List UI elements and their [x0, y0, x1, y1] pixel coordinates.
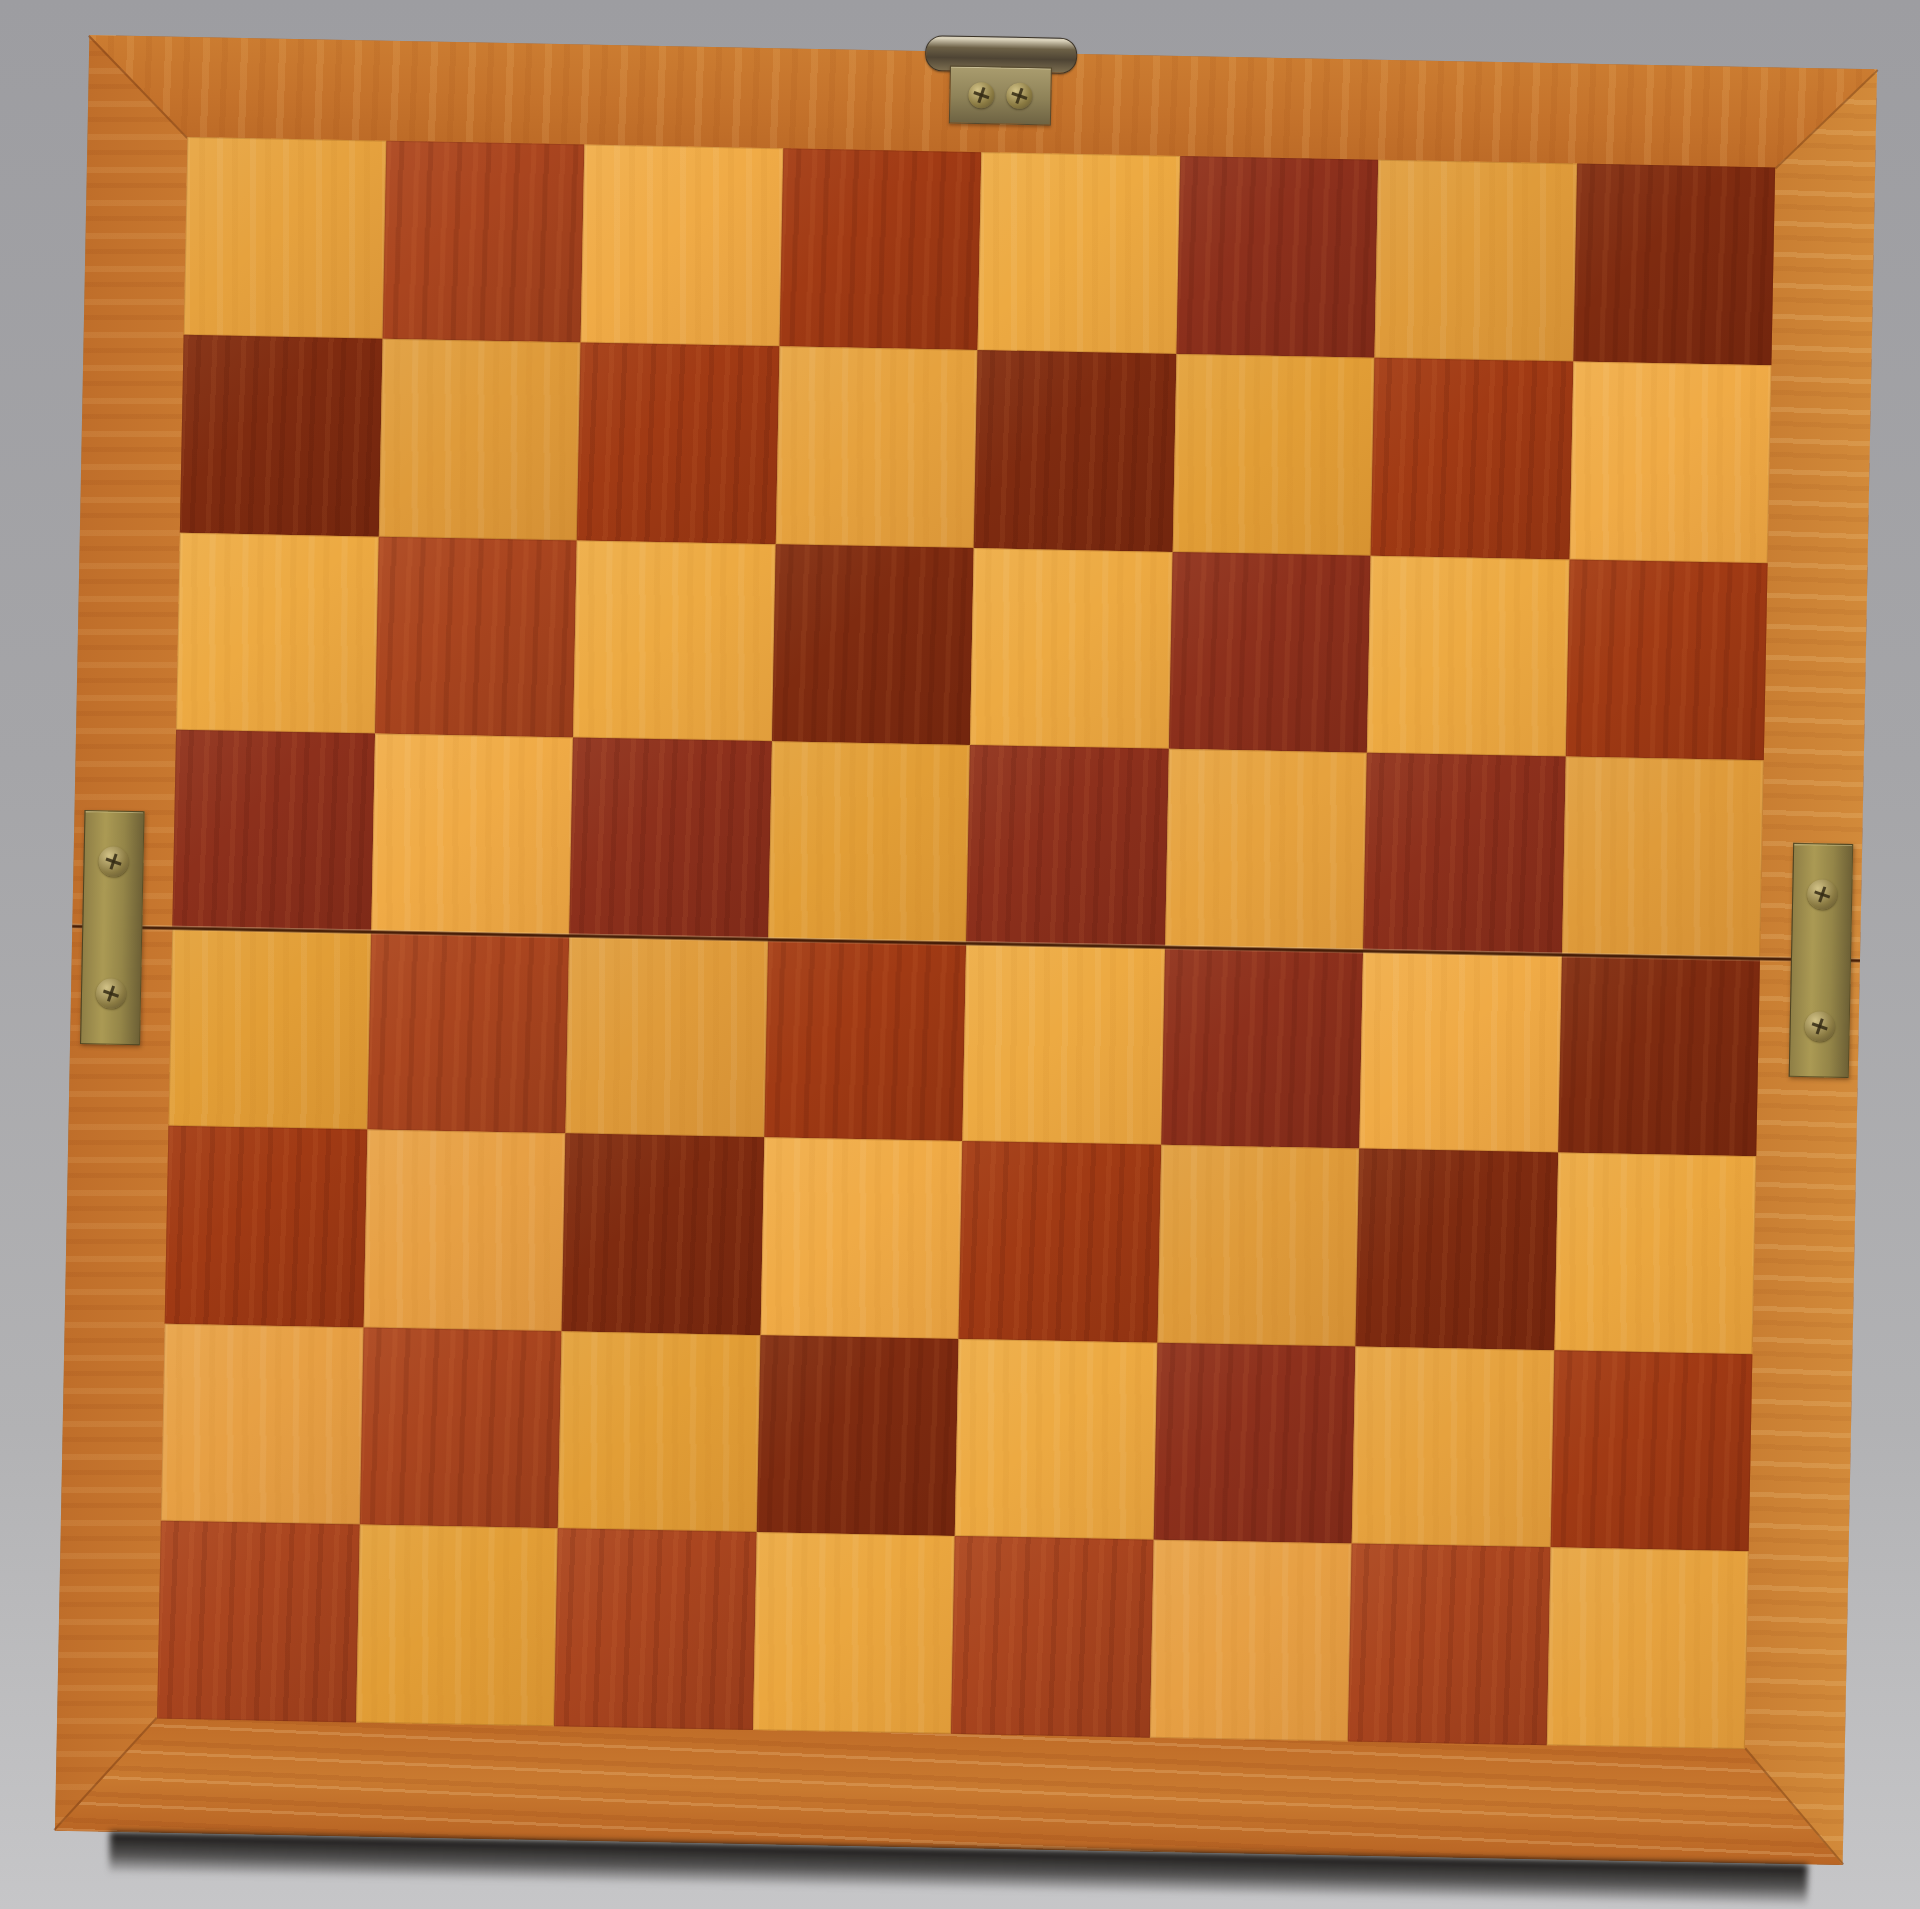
square-b1 — [356, 1525, 558, 1727]
hinge-screw — [1807, 879, 1838, 910]
square-e2 — [955, 1338, 1157, 1540]
chessboard-box — [55, 35, 1877, 1865]
square-h3 — [1554, 1152, 1756, 1354]
square-e5 — [966, 745, 1168, 947]
square-g7 — [1371, 357, 1573, 559]
square-h5 — [1562, 757, 1764, 959]
brass-hinge-right — [1789, 843, 1853, 1078]
square-a1 — [157, 1521, 359, 1723]
square-e6 — [970, 548, 1172, 750]
square-f1 — [1149, 1540, 1351, 1742]
square-e3 — [959, 1141, 1161, 1343]
square-f3 — [1157, 1145, 1359, 1347]
hinge-screw — [1804, 1011, 1835, 1042]
square-a2 — [161, 1323, 363, 1525]
square-h2 — [1550, 1350, 1752, 1552]
square-c6 — [573, 540, 775, 742]
square-a7 — [180, 335, 382, 537]
square-b8 — [382, 141, 584, 343]
square-b6 — [375, 536, 577, 738]
square-h6 — [1565, 559, 1767, 761]
square-b4 — [367, 932, 569, 1134]
hinge-screw — [98, 846, 129, 877]
square-c4 — [565, 935, 767, 1137]
square-d5 — [768, 741, 970, 943]
square-g2 — [1352, 1346, 1554, 1548]
square-b2 — [359, 1327, 561, 1529]
square-a5 — [172, 730, 374, 932]
hinge-screw — [96, 978, 127, 1009]
square-g5 — [1363, 753, 1565, 955]
square-g6 — [1367, 555, 1569, 757]
square-h8 — [1573, 164, 1775, 366]
square-d2 — [756, 1335, 958, 1537]
square-g4 — [1359, 951, 1561, 1153]
square-a8 — [184, 137, 386, 339]
clasp-plate — [949, 66, 1052, 126]
square-e8 — [978, 152, 1180, 354]
square-b3 — [363, 1129, 565, 1331]
square-c5 — [569, 738, 771, 940]
square-d8 — [779, 148, 981, 350]
square-d3 — [760, 1137, 962, 1339]
brass-hinge-left — [80, 810, 144, 1045]
square-h1 — [1546, 1548, 1748, 1750]
square-f2 — [1153, 1342, 1355, 1544]
square-g8 — [1374, 160, 1576, 362]
square-c7 — [577, 342, 779, 544]
square-d1 — [752, 1532, 954, 1734]
square-b7 — [378, 338, 580, 540]
square-c2 — [558, 1331, 760, 1533]
clasp-screw — [968, 82, 994, 108]
square-e7 — [974, 350, 1176, 552]
square-h4 — [1558, 954, 1760, 1156]
square-g3 — [1355, 1148, 1557, 1350]
square-f8 — [1176, 156, 1378, 358]
square-a3 — [165, 1125, 367, 1327]
square-c1 — [554, 1529, 756, 1731]
square-e1 — [951, 1536, 1153, 1738]
square-f4 — [1161, 947, 1363, 1149]
square-f5 — [1165, 749, 1367, 951]
square-c3 — [562, 1133, 764, 1335]
square-b5 — [371, 734, 573, 936]
square-c8 — [581, 145, 783, 347]
square-d6 — [771, 544, 973, 746]
square-f6 — [1168, 551, 1370, 753]
square-g1 — [1348, 1544, 1550, 1746]
square-a6 — [176, 532, 378, 734]
square-h7 — [1569, 361, 1771, 563]
square-d4 — [764, 939, 966, 1141]
square-d7 — [775, 346, 977, 548]
clasp-screw — [1006, 83, 1032, 109]
square-f7 — [1172, 354, 1374, 556]
square-e4 — [962, 943, 1164, 1145]
square-a4 — [168, 928, 370, 1130]
